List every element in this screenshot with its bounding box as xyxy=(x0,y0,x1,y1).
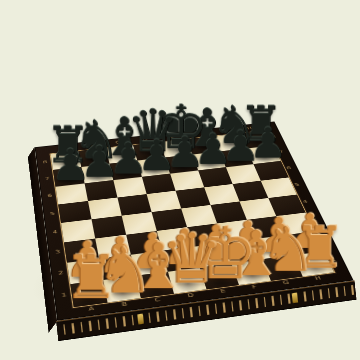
square-a7[interactable]: ♟ xyxy=(53,167,85,187)
coordinate-label: 5 xyxy=(294,183,300,187)
square-c5[interactable] xyxy=(117,194,151,216)
board-grid: ♜♞♝♛♚♝♞♜♟♟♟♟♟♟♟♟♟♟♟♟♟♟♟♟♜♞♝♛♚♝♞♜ xyxy=(51,130,335,307)
piece-white-rook[interactable]: ♜ xyxy=(61,247,122,307)
square-a1[interactable]: ♜ xyxy=(70,280,107,307)
coordinate-label: 5 xyxy=(50,211,55,216)
brass-clasp xyxy=(292,293,298,304)
chess-board: 87654321 87654321 ABCDEFGH ABCDEFGH ♜♞♝♛… xyxy=(35,121,354,320)
square-a5[interactable] xyxy=(58,201,91,223)
square-f5[interactable] xyxy=(204,184,239,205)
brass-clasp xyxy=(137,314,144,325)
studio-backdrop: 87654321 87654321 ABCDEFGH ABCDEFGH ♜♞♝♛… xyxy=(0,0,360,360)
coordinate-label: 6 xyxy=(47,194,52,199)
coordinate-label: 6 xyxy=(286,166,292,170)
square-b5[interactable] xyxy=(88,198,122,220)
perspective-wrapper: 87654321 87654321 ABCDEFGH ABCDEFGH ♜♞♝♛… xyxy=(0,0,360,360)
piece-black-pawn[interactable]: ♟ xyxy=(44,143,96,187)
